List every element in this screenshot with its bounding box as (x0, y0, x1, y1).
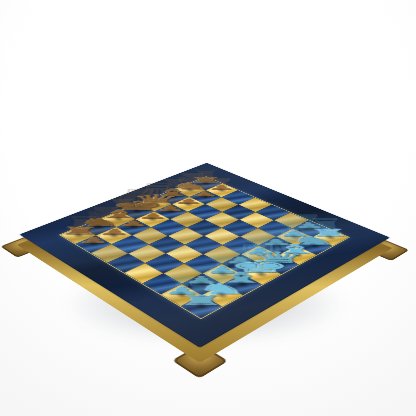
square-h8[interactable]: ♜♜ (180, 295, 222, 318)
black-rook[interactable]: ♜ (177, 294, 225, 308)
square-h5[interactable] (124, 263, 163, 283)
scene: ♜♜♟♟♟♟♜♜♞♞♟♟♟♟♞♞♝♝♟♟♟♟♝♝♛♛♟♟♟♟♛♛♚♚♟♟♟♟♚♚… (0, 0, 416, 416)
